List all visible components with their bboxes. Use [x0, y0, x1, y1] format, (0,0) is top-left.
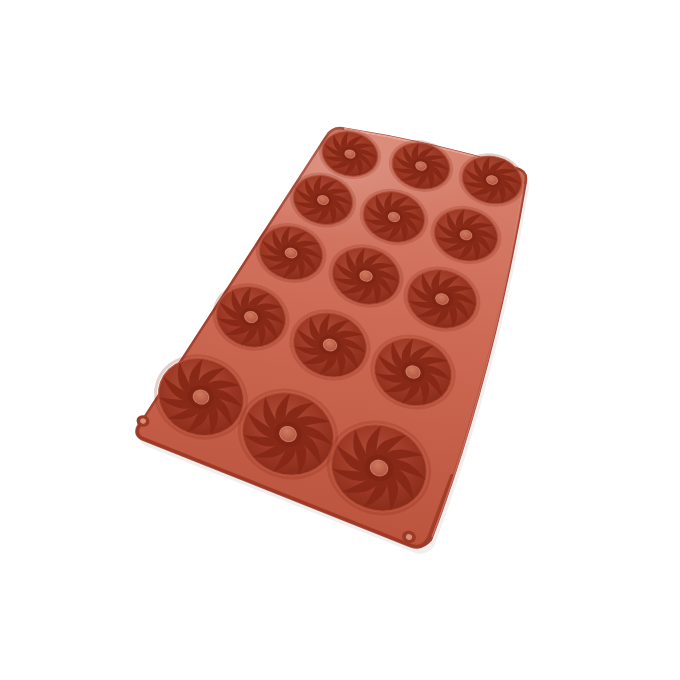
- product-photo: [0, 0, 680, 680]
- photo-canvas: [0, 0, 680, 680]
